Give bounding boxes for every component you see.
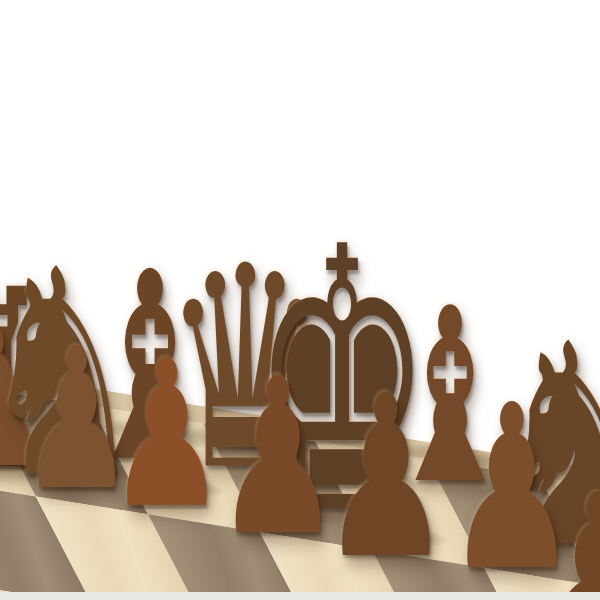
pawn-glyph: ♟ [320,366,451,590]
pawn-glyph: ♟ [108,333,227,536]
pawn-glyph: ♟ [531,465,600,600]
chess-photo: ♝♛♜♟♞♝♟♚♟♟♞♟♟♟ [0,0,600,600]
photo-bottom-strip [0,592,600,600]
